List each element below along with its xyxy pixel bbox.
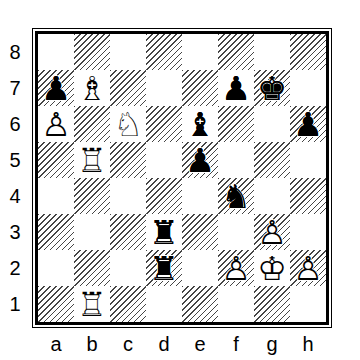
white-pawn: ♟♙: [254, 214, 290, 250]
square-h4[interactable]: [290, 178, 326, 214]
file-label-b: b: [74, 331, 110, 357]
square-f5[interactable]: [218, 142, 254, 178]
square-e7[interactable]: [182, 70, 218, 106]
square-a6[interactable]: ♟♙: [38, 106, 74, 142]
square-b8[interactable]: [74, 34, 110, 70]
square-c4[interactable]: [110, 178, 146, 214]
black-pawn: ♟♟: [182, 142, 218, 178]
square-e5[interactable]: ♟♟: [182, 142, 218, 178]
square-g5[interactable]: [254, 142, 290, 178]
rank-label-6: 6: [2, 106, 28, 142]
black-pawn: ♟♟: [218, 70, 254, 106]
square-h7[interactable]: [290, 70, 326, 106]
square-d8[interactable]: [146, 34, 182, 70]
square-f4[interactable]: ♞♞: [218, 178, 254, 214]
black-king: ♚♚: [254, 70, 290, 106]
white-bishop: ♝♗: [74, 70, 110, 106]
square-e6[interactable]: ♝♝: [182, 106, 218, 142]
square-a7[interactable]: ♟♟: [38, 70, 74, 106]
square-f3[interactable]: [218, 214, 254, 250]
square-e4[interactable]: [182, 178, 218, 214]
board-frame: ♟♟♝♗♟♟♚♚♟♙♞♘♝♝♟♟♜♖♟♟♞♞♜♜♟♙♜♜♟♙♚♔♟♙♜♖: [32, 28, 332, 328]
square-c2[interactable]: [110, 250, 146, 286]
square-b5[interactable]: ♜♖: [74, 142, 110, 178]
white-king: ♚♔: [254, 250, 290, 286]
square-c5[interactable]: [110, 142, 146, 178]
black-rook: ♜♜: [146, 250, 182, 286]
square-d5[interactable]: [146, 142, 182, 178]
square-g2[interactable]: ♚♔: [254, 250, 290, 286]
square-e3[interactable]: [182, 214, 218, 250]
square-f2[interactable]: ♟♙: [218, 250, 254, 286]
square-g6[interactable]: [254, 106, 290, 142]
rank-labels: 87654321: [2, 34, 28, 322]
rank-label-1: 1: [2, 286, 28, 322]
rank-label-8: 8: [2, 34, 28, 70]
black-bishop: ♝♝: [182, 106, 218, 142]
square-g3[interactable]: ♟♙: [254, 214, 290, 250]
rank-label-3: 3: [2, 214, 28, 250]
square-g8[interactable]: [254, 34, 290, 70]
square-a2[interactable]: [38, 250, 74, 286]
white-rook: ♜♖: [74, 286, 110, 322]
square-f1[interactable]: [218, 286, 254, 322]
square-d4[interactable]: [146, 178, 182, 214]
square-h5[interactable]: [290, 142, 326, 178]
square-b1[interactable]: ♜♖: [74, 286, 110, 322]
file-label-h: h: [290, 331, 326, 357]
square-d3[interactable]: ♜♜: [146, 214, 182, 250]
file-label-d: d: [146, 331, 182, 357]
square-h3[interactable]: [290, 214, 326, 250]
square-d7[interactable]: [146, 70, 182, 106]
square-e8[interactable]: [182, 34, 218, 70]
square-c1[interactable]: [110, 286, 146, 322]
rank-label-7: 7: [2, 70, 28, 106]
square-c8[interactable]: [110, 34, 146, 70]
square-b7[interactable]: ♝♗: [74, 70, 110, 106]
square-f7[interactable]: ♟♟: [218, 70, 254, 106]
white-pawn: ♟♙: [218, 250, 254, 286]
square-h8[interactable]: [290, 34, 326, 70]
rank-label-5: 5: [2, 142, 28, 178]
file-label-e: e: [182, 331, 218, 357]
rank-label-4: 4: [2, 178, 28, 214]
black-pawn: ♟♟: [38, 70, 74, 106]
white-pawn: ♟♙: [38, 106, 74, 142]
square-b2[interactable]: [74, 250, 110, 286]
square-a1[interactable]: [38, 286, 74, 322]
square-a4[interactable]: [38, 178, 74, 214]
black-knight: ♞♞: [218, 178, 254, 214]
white-pawn: ♟♙: [290, 250, 326, 286]
file-label-a: a: [38, 331, 74, 357]
rank-label-2: 2: [2, 250, 28, 286]
square-a8[interactable]: [38, 34, 74, 70]
square-g4[interactable]: [254, 178, 290, 214]
square-a5[interactable]: [38, 142, 74, 178]
square-d1[interactable]: [146, 286, 182, 322]
square-c3[interactable]: [110, 214, 146, 250]
square-f8[interactable]: [218, 34, 254, 70]
black-pawn: ♟♟: [290, 106, 326, 142]
square-b6[interactable]: [74, 106, 110, 142]
file-label-g: g: [254, 331, 290, 357]
square-d2[interactable]: ♜♜: [146, 250, 182, 286]
square-c6[interactable]: ♞♘: [110, 106, 146, 142]
square-d6[interactable]: [146, 106, 182, 142]
square-a3[interactable]: [38, 214, 74, 250]
file-labels: abcdefgh: [38, 331, 326, 357]
square-b4[interactable]: [74, 178, 110, 214]
square-h6[interactable]: ♟♟: [290, 106, 326, 142]
square-b3[interactable]: [74, 214, 110, 250]
black-rook: ♜♜: [146, 214, 182, 250]
square-h1[interactable]: [290, 286, 326, 322]
square-e1[interactable]: [182, 286, 218, 322]
file-label-f: f: [218, 331, 254, 357]
square-g7[interactable]: ♚♚: [254, 70, 290, 106]
square-g1[interactable]: [254, 286, 290, 322]
file-label-c: c: [110, 331, 146, 357]
square-h2[interactable]: ♟♙: [290, 250, 326, 286]
white-rook: ♜♖: [74, 142, 110, 178]
square-c7[interactable]: [110, 70, 146, 106]
board-inner-frame: ♟♟♝♗♟♟♚♚♟♙♞♘♝♝♟♟♜♖♟♟♞♞♜♜♟♙♜♜♟♙♚♔♟♙♜♖: [35, 31, 329, 325]
square-f6[interactable]: [218, 106, 254, 142]
white-knight: ♞♘: [110, 106, 146, 142]
chess-board: ♟♟♝♗♟♟♚♚♟♙♞♘♝♝♟♟♜♖♟♟♞♞♜♜♟♙♜♜♟♙♚♔♟♙♜♖: [38, 34, 326, 322]
square-e2[interactable]: [182, 250, 218, 286]
